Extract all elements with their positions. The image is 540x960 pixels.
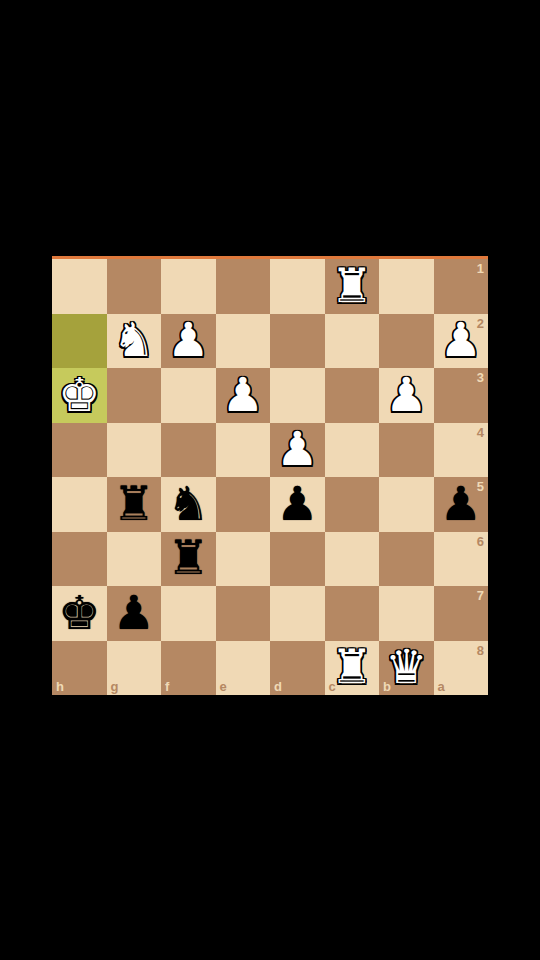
piece-white-pawn[interactable]: ♟ [440, 316, 482, 363]
square-b6[interactable] [379, 532, 434, 587]
square-e1[interactable] [216, 259, 271, 314]
square-a4[interactable]: 4 [434, 423, 489, 478]
square-g1[interactable] [107, 259, 162, 314]
square-a1[interactable]: 1 [434, 259, 489, 314]
square-c5[interactable] [325, 477, 380, 532]
square-g5[interactable]: ♜ [107, 477, 162, 532]
piece-white-knight[interactable]: ♞ [113, 316, 155, 363]
square-f3[interactable] [161, 368, 216, 423]
square-g6[interactable] [107, 532, 162, 587]
square-d4[interactable]: ♟ [270, 423, 325, 478]
square-a3[interactable]: 3 [434, 368, 489, 423]
square-f2[interactable]: ♟ [161, 314, 216, 369]
square-d8[interactable]: d [270, 641, 325, 696]
rank-label-3: 3 [477, 371, 484, 384]
square-f7[interactable] [161, 586, 216, 641]
square-c1[interactable]: ♜ [325, 259, 380, 314]
piece-white-rook[interactable]: ♜ [331, 262, 373, 309]
square-g3[interactable] [107, 368, 162, 423]
square-b2[interactable] [379, 314, 434, 369]
square-h1[interactable] [52, 259, 107, 314]
rank-label-1: 1 [477, 262, 484, 275]
piece-white-king[interactable]: ♚ [58, 371, 100, 418]
piece-white-pawn[interactable]: ♟ [276, 425, 318, 472]
square-b3[interactable]: ♟ [379, 368, 434, 423]
square-b5[interactable] [379, 477, 434, 532]
square-g8[interactable]: g [107, 641, 162, 696]
square-e3[interactable]: ♟ [216, 368, 271, 423]
square-c8[interactable]: ♜c [325, 641, 380, 696]
file-label-e: e [220, 680, 227, 693]
file-label-b: b [383, 680, 391, 693]
rank-label-7: 7 [477, 589, 484, 602]
square-g4[interactable] [107, 423, 162, 478]
piece-black-pawn[interactable]: ♟ [440, 480, 482, 527]
square-e5[interactable] [216, 477, 271, 532]
square-c3[interactable] [325, 368, 380, 423]
piece-black-pawn[interactable]: ♟ [113, 589, 155, 636]
square-g2[interactable]: ♞ [107, 314, 162, 369]
square-e8[interactable]: e [216, 641, 271, 696]
chess-board-area: ♜1♞♟♟2♚♟♟3♟4♜♞♟♟5♜6♚♟7hgfed♜c♛b8a [52, 256, 488, 695]
square-f6[interactable]: ♜ [161, 532, 216, 587]
square-g7[interactable]: ♟ [107, 586, 162, 641]
piece-black-knight[interactable]: ♞ [167, 480, 209, 527]
rank-label-2: 2 [477, 317, 484, 330]
square-h8[interactable]: h [52, 641, 107, 696]
square-d2[interactable] [270, 314, 325, 369]
square-h6[interactable] [52, 532, 107, 587]
square-e6[interactable] [216, 532, 271, 587]
chess-board: ♜1♞♟♟2♚♟♟3♟4♜♞♟♟5♜6♚♟7hgfed♜c♛b8a [52, 259, 488, 695]
square-d3[interactable] [270, 368, 325, 423]
piece-black-pawn[interactable]: ♟ [276, 480, 318, 527]
file-label-h: h [56, 680, 64, 693]
file-label-d: d [274, 680, 282, 693]
square-b8[interactable]: ♛b [379, 641, 434, 696]
square-b1[interactable] [379, 259, 434, 314]
file-label-f: f [165, 680, 169, 693]
file-label-g: g [111, 680, 119, 693]
square-a8[interactable]: 8a [434, 641, 489, 696]
piece-black-rook[interactable]: ♜ [167, 534, 209, 581]
file-label-a: a [438, 680, 445, 693]
square-a5[interactable]: ♟5 [434, 477, 489, 532]
square-f4[interactable] [161, 423, 216, 478]
square-a2[interactable]: ♟2 [434, 314, 489, 369]
square-d5[interactable]: ♟ [270, 477, 325, 532]
square-c7[interactable] [325, 586, 380, 641]
square-f5[interactable]: ♞ [161, 477, 216, 532]
rank-label-6: 6 [477, 535, 484, 548]
square-c6[interactable] [325, 532, 380, 587]
piece-white-queen[interactable]: ♛ [385, 643, 427, 690]
square-h7[interactable]: ♚ [52, 586, 107, 641]
piece-black-rook[interactable]: ♜ [113, 480, 155, 527]
square-a7[interactable]: 7 [434, 586, 489, 641]
square-a6[interactable]: 6 [434, 532, 489, 587]
square-h4[interactable] [52, 423, 107, 478]
square-h5[interactable] [52, 477, 107, 532]
square-c4[interactable] [325, 423, 380, 478]
square-f1[interactable] [161, 259, 216, 314]
square-d1[interactable] [270, 259, 325, 314]
square-d6[interactable] [270, 532, 325, 587]
square-h2[interactable] [52, 314, 107, 369]
square-d7[interactable] [270, 586, 325, 641]
square-e4[interactable] [216, 423, 271, 478]
rank-label-4: 4 [477, 426, 484, 439]
square-c2[interactable] [325, 314, 380, 369]
piece-white-pawn[interactable]: ♟ [385, 371, 427, 418]
piece-white-rook[interactable]: ♜ [331, 643, 373, 690]
square-e7[interactable] [216, 586, 271, 641]
piece-white-pawn[interactable]: ♟ [222, 371, 264, 418]
piece-black-king[interactable]: ♚ [58, 589, 100, 636]
square-f8[interactable]: f [161, 641, 216, 696]
piece-white-pawn[interactable]: ♟ [167, 316, 209, 363]
rank-label-8: 8 [477, 644, 484, 657]
rank-label-5: 5 [477, 480, 484, 493]
square-b7[interactable] [379, 586, 434, 641]
file-label-c: c [329, 680, 336, 693]
square-e2[interactable] [216, 314, 271, 369]
square-b4[interactable] [379, 423, 434, 478]
square-h3[interactable]: ♚ [52, 368, 107, 423]
